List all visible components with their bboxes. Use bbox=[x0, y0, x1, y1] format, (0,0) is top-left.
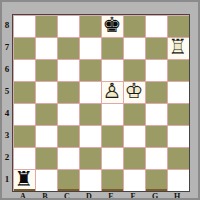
square-g2[interactable] bbox=[145, 147, 167, 169]
rank-label-4: 4 bbox=[2, 102, 12, 124]
square-b5[interactable] bbox=[35, 81, 57, 103]
square-d6[interactable] bbox=[79, 59, 101, 81]
square-h2[interactable] bbox=[167, 147, 189, 169]
chess-board: ♚♜♖♟♙♚♔♜ bbox=[12, 14, 190, 192]
square-a7[interactable] bbox=[13, 37, 35, 59]
black-rook-a1[interactable]: ♜ bbox=[13, 167, 35, 191]
square-f1[interactable] bbox=[123, 169, 145, 191]
square-h4[interactable] bbox=[167, 103, 189, 125]
square-g3[interactable] bbox=[145, 125, 167, 147]
square-b1[interactable] bbox=[35, 169, 57, 191]
square-h7[interactable]: ♜♖ bbox=[167, 37, 189, 59]
square-d8[interactable] bbox=[79, 15, 101, 37]
square-h1[interactable] bbox=[167, 169, 189, 191]
square-c5[interactable] bbox=[57, 81, 79, 103]
square-g7[interactable] bbox=[145, 37, 167, 59]
square-f6[interactable] bbox=[123, 59, 145, 81]
square-f8[interactable] bbox=[123, 15, 145, 37]
square-b4[interactable] bbox=[35, 103, 57, 125]
square-b2[interactable] bbox=[35, 147, 57, 169]
square-d3[interactable] bbox=[79, 125, 101, 147]
square-g8[interactable] bbox=[145, 15, 167, 37]
square-b3[interactable] bbox=[35, 125, 57, 147]
square-h6[interactable] bbox=[167, 59, 189, 81]
square-h5[interactable] bbox=[167, 81, 189, 103]
square-a8[interactable] bbox=[13, 15, 35, 37]
square-c6[interactable] bbox=[57, 59, 79, 81]
square-c4[interactable] bbox=[57, 103, 79, 125]
rank-label-6: 6 bbox=[2, 58, 12, 80]
square-d5[interactable] bbox=[79, 81, 101, 103]
square-c7[interactable] bbox=[57, 37, 79, 59]
rank-label-2: 2 bbox=[2, 146, 12, 168]
square-c3[interactable] bbox=[57, 125, 79, 147]
file-label-b: B bbox=[34, 191, 56, 200]
square-b7[interactable] bbox=[35, 37, 57, 59]
square-a5[interactable] bbox=[13, 81, 35, 103]
square-g1[interactable] bbox=[145, 169, 167, 191]
white-rook-h7[interactable]: ♖ bbox=[167, 35, 189, 59]
black-king-e8[interactable]: ♚ bbox=[101, 13, 123, 37]
square-d4[interactable] bbox=[79, 103, 101, 125]
square-g5[interactable] bbox=[145, 81, 167, 103]
square-e7[interactable] bbox=[101, 37, 123, 59]
square-e8[interactable]: ♚ bbox=[101, 15, 123, 37]
square-a3[interactable] bbox=[13, 125, 35, 147]
square-c8[interactable] bbox=[57, 15, 79, 37]
square-e6[interactable] bbox=[101, 59, 123, 81]
square-c2[interactable] bbox=[57, 147, 79, 169]
square-e4[interactable] bbox=[101, 103, 123, 125]
square-d2[interactable] bbox=[79, 147, 101, 169]
square-a6[interactable] bbox=[13, 59, 35, 81]
file-label-a: A bbox=[12, 191, 34, 200]
file-label-c: C bbox=[56, 191, 78, 200]
file-label-h: H bbox=[166, 191, 188, 200]
white-rook-fill: ♜ bbox=[167, 35, 189, 59]
white-king-fill: ♚ bbox=[123, 79, 145, 103]
white-pawn-e5[interactable]: ♙ bbox=[101, 79, 123, 103]
square-h8[interactable] bbox=[167, 15, 189, 37]
file-label-d: D bbox=[78, 191, 100, 200]
square-f5[interactable]: ♚♔ bbox=[123, 81, 145, 103]
square-f7[interactable] bbox=[123, 37, 145, 59]
file-label-g: G bbox=[144, 191, 166, 200]
square-a1[interactable]: ♜ bbox=[13, 169, 35, 191]
file-label-f: F bbox=[122, 191, 144, 200]
square-d7[interactable] bbox=[79, 37, 101, 59]
square-e1[interactable] bbox=[101, 169, 123, 191]
file-label-e: E bbox=[100, 191, 122, 200]
rank-label-3: 3 bbox=[2, 124, 12, 146]
square-f4[interactable] bbox=[123, 103, 145, 125]
square-f2[interactable] bbox=[123, 147, 145, 169]
square-g4[interactable] bbox=[145, 103, 167, 125]
rank-label-8: 8 bbox=[2, 14, 12, 36]
rank-label-7: 7 bbox=[2, 36, 12, 58]
square-a4[interactable] bbox=[13, 103, 35, 125]
square-g6[interactable] bbox=[145, 59, 167, 81]
white-pawn-fill: ♟ bbox=[101, 79, 123, 103]
square-d1[interactable] bbox=[79, 169, 101, 191]
square-e5[interactable]: ♟♙ bbox=[101, 81, 123, 103]
square-e2[interactable] bbox=[101, 147, 123, 169]
square-e3[interactable] bbox=[101, 125, 123, 147]
square-b6[interactable] bbox=[35, 59, 57, 81]
rank-label-1: 1 bbox=[2, 168, 12, 190]
white-king-f5[interactable]: ♔ bbox=[123, 79, 145, 103]
square-a2[interactable] bbox=[13, 147, 35, 169]
square-h3[interactable] bbox=[167, 125, 189, 147]
square-b8[interactable] bbox=[35, 15, 57, 37]
rank-label-5: 5 bbox=[2, 80, 12, 102]
square-f3[interactable] bbox=[123, 125, 145, 147]
square-c1[interactable] bbox=[57, 169, 79, 191]
chess-app-window: ♚♜♖♟♙♚♔♜ 87654321ABCDEFGH bbox=[0, 0, 200, 200]
